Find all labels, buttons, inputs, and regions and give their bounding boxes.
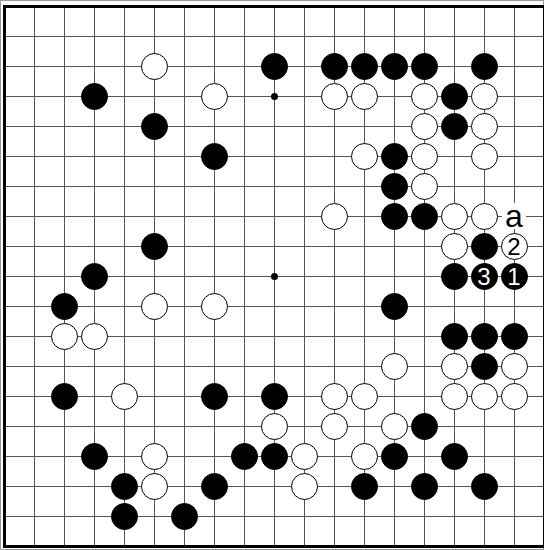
stone-black [471,353,498,380]
stone-white [81,323,108,350]
star-point [271,273,278,280]
stone-black [111,473,138,500]
stone-white [291,473,318,500]
stone-black [141,113,168,140]
stone-black [441,83,468,110]
stone-white [141,443,168,470]
stone-black [351,473,378,500]
stone-black [201,383,228,410]
stone-black [411,413,438,440]
stone-black [51,383,78,410]
stone-black [111,503,138,530]
star-point [271,93,278,100]
stone-white [441,233,468,260]
stone-black [471,233,498,260]
stone-black [381,53,408,80]
stone-black [381,173,408,200]
stone-black [471,473,498,500]
stone-black [351,53,378,80]
stone-black [441,263,468,290]
stone-white [441,353,468,380]
go-diagram-page: 123a [0,0,544,550]
stone-white [471,83,498,110]
stone-black [501,323,528,350]
stone-black [141,233,168,260]
stone-white [201,83,228,110]
go-board[interactable]: 123a [0,0,544,550]
stone-white [441,203,468,230]
stone-black [441,443,468,470]
stone-black [81,443,108,470]
stone-white [471,383,498,410]
stone-white [501,353,528,380]
stone-black [381,203,408,230]
board-label-a: a [502,203,526,229]
stone-white [141,293,168,320]
stone-black [381,293,408,320]
stone-black [321,53,348,80]
stone-black [171,503,198,530]
stone-black [261,53,288,80]
stone-black [411,53,438,80]
stone-black [471,53,498,80]
stone-white [321,383,348,410]
stone-black [471,323,498,350]
stone-black [201,473,228,500]
stone-white [501,383,528,410]
stone-white [411,83,438,110]
stone-white [471,203,498,230]
stone-black [81,83,108,110]
stone-white [351,443,378,470]
stone-black [381,143,408,170]
move-number-3: 3 [471,263,498,290]
stone-white [141,473,168,500]
stone-white [471,143,498,170]
stone-white [441,383,468,410]
move-number-2: 2 [501,233,528,260]
stone-white [51,323,78,350]
stone-white [351,383,378,410]
stone-black [81,263,108,290]
stone-black [381,443,408,470]
stone-black [261,383,288,410]
stone-white [381,353,408,380]
stone-black [201,143,228,170]
stone-white [351,143,378,170]
stone-black [411,203,438,230]
stone-black [231,443,258,470]
move-number-1: 1 [501,263,528,290]
stone-white [411,113,438,140]
stone-white [111,383,138,410]
stone-white [321,83,348,110]
stone-black [261,443,288,470]
stone-white [321,203,348,230]
stone-white [141,53,168,80]
stone-black [411,473,438,500]
stone-white [261,413,288,440]
stone-white [291,443,318,470]
stone-white [411,173,438,200]
stone-white [381,413,408,440]
stone-black [441,323,468,350]
stone-white [201,293,228,320]
stone-white [471,113,498,140]
stone-black [51,293,78,320]
stone-black [441,113,468,140]
stone-white [321,413,348,440]
stone-white [351,83,378,110]
stone-white [411,143,438,170]
